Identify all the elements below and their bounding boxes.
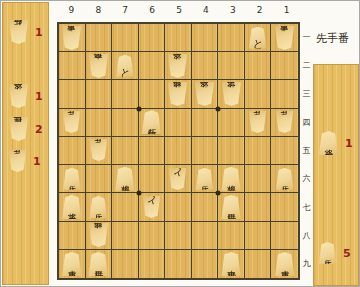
square-92[interactable] <box>59 52 86 80</box>
square-23[interactable] <box>245 80 272 108</box>
square-31[interactable] <box>218 24 245 52</box>
square-17[interactable] <box>271 193 298 221</box>
hand-slot-角行[interactable]: 角行1 <box>8 20 48 44</box>
hand-count: 2 <box>35 123 43 136</box>
square-34[interactable] <box>218 109 245 137</box>
square-63[interactable] <box>139 80 166 108</box>
piece-歩兵-14[interactable]: 歩兵 <box>275 111 294 133</box>
file-label-7: 7 <box>112 5 139 21</box>
square-24[interactable]: 歩兵 <box>245 109 272 137</box>
rank-labels: 一二三四五六七八九 <box>300 23 313 278</box>
square-78[interactable] <box>112 222 139 250</box>
square-73[interactable] <box>112 80 139 108</box>
piece-銀将-53[interactable]: 銀将 <box>167 82 188 106</box>
board-grid: 香車と香車飛車と金将銀将金将王将歩兵角行歩兵歩兵歩兵歩兵銀将と歩兵銀将歩兵玉将歩… <box>59 24 298 278</box>
square-25[interactable] <box>245 137 272 165</box>
piece-金将[interactable]: 金将 <box>8 84 29 108</box>
hand-count: 1 <box>35 90 43 103</box>
square-27[interactable] <box>245 193 272 221</box>
square-19[interactable]: 香車 <box>271 250 298 278</box>
piece-と-56[interactable]: と <box>168 168 187 190</box>
hand-slot-金将[interactable]: 金将1 <box>318 131 358 155</box>
square-87[interactable]: 歩兵 <box>86 193 113 221</box>
gote-hand-stand: 角行1金将1桂馬2歩兵1 <box>2 2 49 285</box>
square-96[interactable]: 歩兵 <box>59 165 86 193</box>
piece-玉将-97[interactable]: 玉将 <box>61 195 82 219</box>
hand-count: 1 <box>33 155 41 168</box>
turn-panel: 先手番 <box>313 1 360 63</box>
square-76[interactable]: 銀将 <box>112 165 139 193</box>
square-13[interactable] <box>271 80 298 108</box>
piece-金将-52[interactable]: 金将 <box>167 54 188 78</box>
square-26[interactable] <box>245 165 272 193</box>
piece-角行-64[interactable]: 角行 <box>141 110 162 134</box>
square-81[interactable] <box>86 24 113 52</box>
square-74[interactable] <box>112 109 139 137</box>
square-28[interactable] <box>245 222 272 250</box>
piece-歩兵[interactable]: 歩兵 <box>318 242 337 264</box>
square-21[interactable]: と <box>245 24 272 52</box>
square-33[interactable]: 王将 <box>218 80 245 108</box>
square-84[interactable] <box>86 109 113 137</box>
square-66[interactable] <box>139 165 166 193</box>
sente-hand-stand: 金将1歩兵5 <box>313 64 359 286</box>
piece-歩兵-94[interactable]: 歩兵 <box>62 111 81 133</box>
square-14[interactable]: 歩兵 <box>271 109 298 137</box>
rank-label-6: 六 <box>300 165 313 193</box>
file-labels: 987654321 <box>58 5 300 21</box>
square-39[interactable]: 飛車 <box>218 250 245 278</box>
rank-label-5: 五 <box>300 136 313 164</box>
square-67[interactable]: と <box>139 193 166 221</box>
square-62[interactable] <box>139 52 166 80</box>
hand-count: 1 <box>345 137 353 150</box>
square-85[interactable]: 歩兵 <box>86 137 113 165</box>
star-point <box>216 191 221 196</box>
hand-slot-歩兵[interactable]: 歩兵1 <box>8 150 48 172</box>
square-35[interactable] <box>218 137 245 165</box>
piece-歩兵[interactable]: 歩兵 <box>8 150 27 172</box>
file-label-6: 6 <box>139 5 166 21</box>
rank-label-8: 八 <box>300 221 313 249</box>
piece-桂馬-89[interactable]: 桂馬 <box>88 252 109 276</box>
square-11[interactable]: 香車 <box>271 24 298 52</box>
hand-slot-桂馬[interactable]: 桂馬2 <box>8 117 48 141</box>
hand-count: 1 <box>35 26 43 39</box>
square-43[interactable]: 金将 <box>192 80 219 108</box>
square-94[interactable]: 歩兵 <box>59 109 86 137</box>
turn-indicator: 先手番 <box>316 31 349 46</box>
piece-香車-11[interactable]: 香車 <box>274 26 295 50</box>
piece-kanji: と <box>252 31 263 44</box>
piece-飛車-39[interactable]: 飛車 <box>221 252 242 276</box>
piece-金将-43[interactable]: 金将 <box>194 82 215 106</box>
square-99[interactable]: 香車 <box>59 250 86 278</box>
square-82[interactable]: 飛車 <box>86 52 113 80</box>
square-42[interactable] <box>192 52 219 80</box>
piece-歩兵-87[interactable]: 歩兵 <box>89 196 108 218</box>
square-49[interactable] <box>192 250 219 278</box>
piece-kanji: と <box>146 201 157 214</box>
piece-桂馬[interactable]: 桂馬 <box>8 117 29 141</box>
square-51[interactable] <box>165 24 192 52</box>
hand-slot-金将[interactable]: 金将1 <box>8 84 48 108</box>
piece-歩兵-24[interactable]: 歩兵 <box>248 111 267 133</box>
file-label-5: 5 <box>166 5 193 21</box>
file-label-9: 9 <box>58 5 85 21</box>
rank-label-1: 一 <box>300 23 313 51</box>
piece-銀将-88[interactable]: 銀将 <box>88 223 109 247</box>
rank-label-2: 二 <box>300 51 313 79</box>
square-37[interactable]: 桂馬 <box>218 193 245 221</box>
square-48[interactable] <box>192 222 219 250</box>
rank-label-9: 九 <box>300 250 313 278</box>
square-44[interactable] <box>192 109 219 137</box>
square-55[interactable] <box>165 137 192 165</box>
piece-香車-99[interactable]: 香車 <box>61 252 82 276</box>
square-69[interactable] <box>139 250 166 278</box>
square-57[interactable] <box>165 193 192 221</box>
piece-kanji: と <box>172 172 183 185</box>
square-52[interactable]: 金将 <box>165 52 192 80</box>
square-12[interactable] <box>271 52 298 80</box>
file-label-3: 3 <box>219 5 246 21</box>
piece-香車-19[interactable]: 香車 <box>274 252 295 276</box>
square-93[interactable] <box>59 80 86 108</box>
square-29[interactable] <box>245 250 272 278</box>
piece-歩兵-96[interactable]: 歩兵 <box>62 168 81 190</box>
piece-歩兵-16[interactable]: 歩兵 <box>275 168 294 190</box>
piece-歩兵-85[interactable]: 歩兵 <box>89 139 108 161</box>
square-36[interactable]: 銀将 <box>218 165 245 193</box>
rank-label-3: 三 <box>300 80 313 108</box>
square-88[interactable]: 銀将 <box>86 222 113 250</box>
piece-角行[interactable]: 角行 <box>8 20 29 44</box>
square-18[interactable] <box>271 222 298 250</box>
piece-歩兵-46[interactable]: 歩兵 <box>195 168 214 190</box>
square-72[interactable]: と <box>112 52 139 80</box>
square-46[interactable]: 歩兵 <box>192 165 219 193</box>
square-16[interactable]: 歩兵 <box>271 165 298 193</box>
square-68[interactable] <box>139 222 166 250</box>
hand-slot-歩兵[interactable]: 歩兵5 <box>318 242 358 264</box>
piece-金将[interactable]: 金将 <box>318 131 339 155</box>
piece-銀将-76[interactable]: 銀将 <box>114 167 135 191</box>
square-22[interactable] <box>245 52 272 80</box>
rank-label-4: 四 <box>300 108 313 136</box>
file-label-1: 1 <box>273 5 300 21</box>
square-79[interactable] <box>112 250 139 278</box>
file-label-4: 4 <box>192 5 219 21</box>
star-point <box>136 191 141 196</box>
square-32[interactable] <box>218 52 245 80</box>
file-label-2: 2 <box>246 5 273 21</box>
square-53[interactable]: 銀将 <box>165 80 192 108</box>
square-98[interactable] <box>59 222 86 250</box>
square-89[interactable]: 桂馬 <box>86 250 113 278</box>
file-label-8: 8 <box>85 5 112 21</box>
piece-桂馬-37[interactable]: 桂馬 <box>221 195 242 219</box>
square-47[interactable] <box>192 193 219 221</box>
hand-count: 5 <box>343 247 351 260</box>
square-65[interactable] <box>139 137 166 165</box>
square-38[interactable] <box>218 222 245 250</box>
square-91[interactable]: 香車 <box>59 24 86 52</box>
square-61[interactable] <box>139 24 166 52</box>
shogi-board: 香車と香車飛車と金将銀将金将王将歩兵角行歩兵歩兵歩兵歩兵銀将と歩兵銀将歩兵玉将歩… <box>57 22 300 280</box>
piece-香車-91[interactable]: 香車 <box>61 26 82 50</box>
square-75[interactable] <box>112 137 139 165</box>
square-64[interactable]: 角行 <box>139 109 166 137</box>
square-41[interactable] <box>192 24 219 52</box>
piece-王将-33[interactable]: 王将 <box>221 82 242 106</box>
piece-kanji: と <box>119 60 130 73</box>
piece-銀将-36[interactable]: 銀将 <box>221 167 242 191</box>
rank-label-7: 七 <box>300 193 313 221</box>
piece-と-67[interactable]: と <box>142 196 161 218</box>
piece-と-72[interactable]: と <box>115 55 134 77</box>
piece-と-21[interactable]: と <box>248 27 267 49</box>
square-95[interactable] <box>59 137 86 165</box>
square-86[interactable] <box>86 165 113 193</box>
square-45[interactable] <box>192 137 219 165</box>
square-58[interactable] <box>165 222 192 250</box>
square-59[interactable] <box>165 250 192 278</box>
square-56[interactable]: と <box>165 165 192 193</box>
star-point <box>136 106 141 111</box>
square-77[interactable] <box>112 193 139 221</box>
piece-飛車-82[interactable]: 飛車 <box>88 54 109 78</box>
square-83[interactable] <box>86 80 113 108</box>
square-15[interactable] <box>271 137 298 165</box>
square-71[interactable] <box>112 24 139 52</box>
star-point <box>216 106 221 111</box>
square-97[interactable]: 玉将 <box>59 193 86 221</box>
square-54[interactable] <box>165 109 192 137</box>
